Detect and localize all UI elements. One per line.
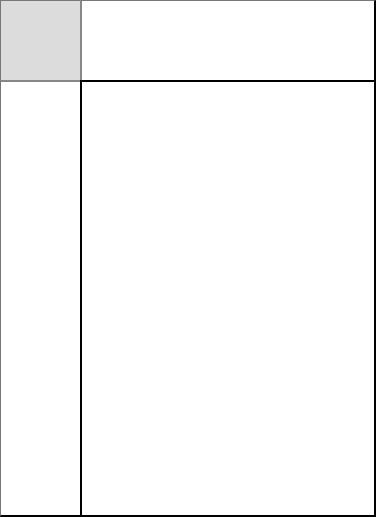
corner-watermark-block [0, 0, 80, 80]
nonogram-board [80, 80, 376, 517]
column-clues-panel [80, 0, 376, 80]
corner-watermark-text [0, 0, 80, 80]
right-watermark-text [376, 382, 390, 512]
row-clues-panel [0, 80, 80, 517]
nonogram-puzzle [0, 0, 391, 517]
